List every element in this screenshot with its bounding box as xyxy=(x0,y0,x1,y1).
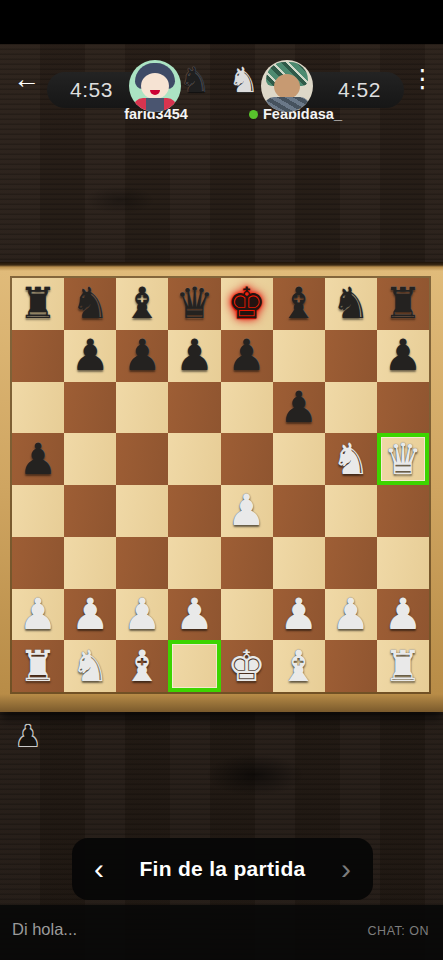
square-c2[interactable]: ♟ xyxy=(116,589,168,641)
square-b7[interactable]: ♟ xyxy=(64,330,116,382)
square-f2[interactable]: ♟ xyxy=(273,589,325,641)
captured-black-pawn: ♟ xyxy=(15,722,41,751)
white-pawn[interactable]: ♟ xyxy=(175,593,214,636)
square-g3[interactable] xyxy=(325,537,377,589)
square-b2[interactable]: ♟ xyxy=(64,589,116,641)
white-knight[interactable]: ♞ xyxy=(71,645,110,688)
square-a3[interactable] xyxy=(12,537,64,589)
square-g4[interactable] xyxy=(325,485,377,537)
square-b4[interactable] xyxy=(64,485,116,537)
square-h1[interactable]: ♜ xyxy=(377,640,429,692)
chess-board[interactable]: ♜♞♝♛♚♝♞♜♟♟♟♟♟♟♟♞♛♟♟♟♟♟♟♟♟♜♞♝♚♝♜ xyxy=(12,278,429,692)
square-e5[interactable] xyxy=(221,433,273,485)
white-pawn[interactable]: ♟ xyxy=(384,593,423,636)
white-king[interactable]: ♚ xyxy=(227,645,266,688)
square-f8[interactable]: ♝ xyxy=(273,278,325,330)
square-e2[interactable] xyxy=(221,589,273,641)
white-queen[interactable]: ♛ xyxy=(384,438,423,481)
black-pawn[interactable]: ♟ xyxy=(19,438,58,481)
square-c6[interactable] xyxy=(116,382,168,434)
black-knight[interactable]: ♞ xyxy=(332,282,371,325)
status-bar xyxy=(0,0,443,44)
square-d2[interactable]: ♟ xyxy=(168,589,220,641)
square-f1[interactable]: ♝ xyxy=(273,640,325,692)
square-c1[interactable]: ♝ xyxy=(116,640,168,692)
game-over-bar[interactable]: ‹ Fin de la partida › xyxy=(72,838,373,900)
white-pawn[interactable]: ♟ xyxy=(332,593,371,636)
white-pawn[interactable]: ♟ xyxy=(227,489,266,532)
square-e6[interactable] xyxy=(221,382,273,434)
black-knight[interactable]: ♞ xyxy=(71,282,110,325)
square-h7[interactable]: ♟ xyxy=(377,330,429,382)
game-over-label: Fin de la partida xyxy=(139,857,305,881)
square-f3[interactable] xyxy=(273,537,325,589)
square-d8[interactable]: ♛ xyxy=(168,278,220,330)
chat-input[interactable]: Di hola... xyxy=(12,920,77,939)
white-rook[interactable]: ♜ xyxy=(19,645,58,688)
square-h3[interactable] xyxy=(377,537,429,589)
square-b1[interactable]: ♞ xyxy=(64,640,116,692)
white-pawn[interactable]: ♟ xyxy=(19,593,58,636)
black-rook[interactable]: ♜ xyxy=(19,282,58,325)
square-h2[interactable]: ♟ xyxy=(377,589,429,641)
black-pawn[interactable]: ♟ xyxy=(279,386,318,429)
square-e7[interactable]: ♟ xyxy=(221,330,273,382)
square-g5[interactable]: ♞ xyxy=(325,433,377,485)
square-a6[interactable] xyxy=(12,382,64,434)
black-queen[interactable]: ♛ xyxy=(175,282,214,325)
chat-toggle[interactable]: CHAT: ON xyxy=(368,924,429,938)
square-a5[interactable]: ♟ xyxy=(12,433,64,485)
avatar-left-player[interactable] xyxy=(129,60,181,112)
square-h5[interactable]: ♛ xyxy=(377,433,429,485)
black-pawn[interactable]: ♟ xyxy=(175,334,214,377)
black-rook[interactable]: ♜ xyxy=(384,282,423,325)
square-e4[interactable]: ♟ xyxy=(221,485,273,537)
chat-bar: Di hola... CHAT: ON xyxy=(0,905,443,960)
white-pawn[interactable]: ♟ xyxy=(123,593,162,636)
square-b8[interactable]: ♞ xyxy=(64,278,116,330)
square-d4[interactable] xyxy=(168,485,220,537)
square-c8[interactable]: ♝ xyxy=(116,278,168,330)
white-pawn[interactable]: ♟ xyxy=(71,593,110,636)
square-d6[interactable] xyxy=(168,382,220,434)
prev-move-icon[interactable]: ‹ xyxy=(94,854,104,884)
square-f4[interactable] xyxy=(273,485,325,537)
square-f7[interactable] xyxy=(273,330,325,382)
square-g1[interactable] xyxy=(325,640,377,692)
square-a1[interactable]: ♜ xyxy=(12,640,64,692)
white-pawn[interactable]: ♟ xyxy=(279,593,318,636)
square-b6[interactable] xyxy=(64,382,116,434)
square-e3[interactable] xyxy=(221,537,273,589)
square-g8[interactable]: ♞ xyxy=(325,278,377,330)
square-b5[interactable] xyxy=(64,433,116,485)
square-a7[interactable] xyxy=(12,330,64,382)
square-d1[interactable] xyxy=(168,640,220,692)
black-knight-icon: ♞ xyxy=(179,63,210,98)
square-g6[interactable] xyxy=(325,382,377,434)
square-b3[interactable] xyxy=(64,537,116,589)
black-pawn[interactable]: ♟ xyxy=(384,334,423,377)
square-e8[interactable]: ♚ xyxy=(221,278,273,330)
white-knight[interactable]: ♞ xyxy=(332,438,371,481)
white-rook[interactable]: ♜ xyxy=(384,645,423,688)
white-bishop[interactable]: ♝ xyxy=(279,645,318,688)
square-f6[interactable]: ♟ xyxy=(273,382,325,434)
next-move-icon[interactable]: › xyxy=(341,854,351,884)
avatar-right-player[interactable] xyxy=(261,60,313,112)
square-h8[interactable]: ♜ xyxy=(377,278,429,330)
square-h6[interactable] xyxy=(377,382,429,434)
white-knight-icon: ♞ xyxy=(228,63,259,98)
square-c4[interactable] xyxy=(116,485,168,537)
back-icon[interactable]: ← xyxy=(13,66,40,93)
black-king[interactable]: ♚ xyxy=(227,282,266,325)
square-d5[interactable] xyxy=(168,433,220,485)
square-e1[interactable]: ♚ xyxy=(221,640,273,692)
vampire-face xyxy=(141,73,169,99)
square-f5[interactable] xyxy=(273,433,325,485)
black-bishop[interactable]: ♝ xyxy=(279,282,318,325)
black-bishop[interactable]: ♝ xyxy=(123,282,162,325)
photo-face xyxy=(274,74,300,99)
square-c3[interactable] xyxy=(116,537,168,589)
white-bishop[interactable]: ♝ xyxy=(123,645,162,688)
square-a8[interactable]: ♜ xyxy=(12,278,64,330)
online-dot xyxy=(249,110,258,119)
overflow-menu-icon[interactable]: ⋮ xyxy=(410,66,430,91)
square-h4[interactable] xyxy=(377,485,429,537)
square-g7[interactable] xyxy=(325,330,377,382)
square-a2[interactable]: ♟ xyxy=(12,589,64,641)
board-frame: ♜♞♝♛♚♝♞♜♟♟♟♟♟♟♟♞♛♟♟♟♟♟♟♟♟♜♞♝♚♝♜ xyxy=(0,262,443,712)
square-d7[interactable]: ♟ xyxy=(168,330,220,382)
black-pawn[interactable]: ♟ xyxy=(71,334,110,377)
square-a4[interactable] xyxy=(12,485,64,537)
black-pawn[interactable]: ♟ xyxy=(123,334,162,377)
square-g2[interactable]: ♟ xyxy=(325,589,377,641)
square-d3[interactable] xyxy=(168,537,220,589)
square-c7[interactable]: ♟ xyxy=(116,330,168,382)
black-pawn[interactable]: ♟ xyxy=(227,334,266,377)
square-c5[interactable] xyxy=(116,433,168,485)
